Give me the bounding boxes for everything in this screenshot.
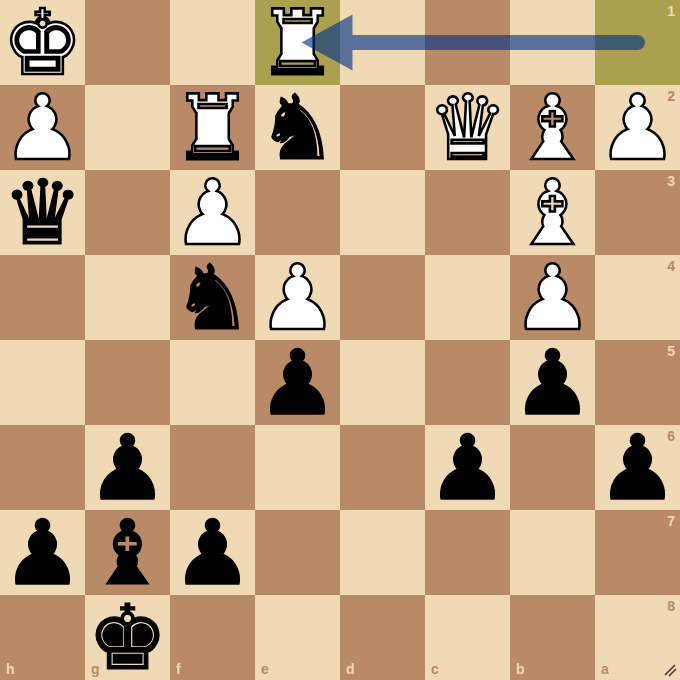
rank-label-7: 7 <box>667 513 675 529</box>
white-queen[interactable]: ♛ <box>427 85 508 170</box>
rank-label-1: 1 <box>667 3 675 19</box>
square-a3[interactable]: 3 <box>595 170 680 255</box>
square-e8[interactable]: e <box>255 595 340 680</box>
square-h5[interactable] <box>0 340 85 425</box>
square-h4[interactable] <box>0 255 85 340</box>
square-d8[interactable]: d <box>340 595 425 680</box>
square-b1[interactable] <box>510 0 595 85</box>
square-f6[interactable] <box>170 425 255 510</box>
white-bishop[interactable]: ♝ <box>512 85 593 170</box>
square-b2[interactable]: ♝ <box>510 85 595 170</box>
square-a2[interactable]: ♟2 <box>595 85 680 170</box>
square-d5[interactable] <box>340 340 425 425</box>
square-b4[interactable]: ♟ <box>510 255 595 340</box>
rank-label-3: 3 <box>667 173 675 189</box>
black-pawn[interactable]: ♟ <box>427 425 508 510</box>
square-d3[interactable] <box>340 170 425 255</box>
black-king[interactable]: ♚ <box>87 595 168 680</box>
square-h1[interactable]: ♚ <box>0 0 85 85</box>
square-g6[interactable]: ♟ <box>85 425 170 510</box>
square-b7[interactable] <box>510 510 595 595</box>
white-pawn[interactable]: ♟ <box>512 255 593 340</box>
file-label-e: e <box>261 661 269 677</box>
rank-label-4: 4 <box>667 258 675 274</box>
square-b8[interactable]: b <box>510 595 595 680</box>
file-label-d: d <box>346 661 355 677</box>
black-pawn[interactable]: ♟ <box>2 510 83 595</box>
square-c4[interactable] <box>425 255 510 340</box>
square-a6[interactable]: ♟6 <box>595 425 680 510</box>
square-e1[interactable]: ♜ <box>255 0 340 85</box>
square-f2[interactable]: ♜ <box>170 85 255 170</box>
chess-board: ♚♜1♟♜♞♛♝♟2♛♟♝3♞♟♟4♟♟5♟♟♟6♟♝♟7h♚gfedcb8a <box>0 0 680 680</box>
black-pawn[interactable]: ♟ <box>512 340 593 425</box>
black-pawn[interactable]: ♟ <box>172 510 253 595</box>
square-c3[interactable] <box>425 170 510 255</box>
file-label-b: b <box>516 661 525 677</box>
square-c7[interactable] <box>425 510 510 595</box>
square-g7[interactable]: ♝ <box>85 510 170 595</box>
square-f8[interactable]: f <box>170 595 255 680</box>
square-f1[interactable] <box>170 0 255 85</box>
rank-label-8: 8 <box>667 598 675 614</box>
square-h3[interactable]: ♛ <box>0 170 85 255</box>
square-f3[interactable]: ♟ <box>170 170 255 255</box>
square-a1[interactable]: 1 <box>595 0 680 85</box>
square-c5[interactable] <box>425 340 510 425</box>
black-pawn[interactable]: ♟ <box>257 340 338 425</box>
square-d6[interactable] <box>340 425 425 510</box>
square-h8[interactable]: h <box>0 595 85 680</box>
square-b5[interactable]: ♟ <box>510 340 595 425</box>
square-h7[interactable]: ♟ <box>0 510 85 595</box>
white-pawn[interactable]: ♟ <box>2 85 83 170</box>
rank-label-5: 5 <box>667 343 675 359</box>
white-bishop[interactable]: ♝ <box>512 170 593 255</box>
square-d7[interactable] <box>340 510 425 595</box>
square-g4[interactable] <box>85 255 170 340</box>
square-g3[interactable] <box>85 170 170 255</box>
square-a4[interactable]: 4 <box>595 255 680 340</box>
square-f7[interactable]: ♟ <box>170 510 255 595</box>
square-c6[interactable]: ♟ <box>425 425 510 510</box>
square-e5[interactable]: ♟ <box>255 340 340 425</box>
white-pawn[interactable]: ♟ <box>257 255 338 340</box>
square-g5[interactable] <box>85 340 170 425</box>
black-knight[interactable]: ♞ <box>257 85 338 170</box>
square-c2[interactable]: ♛ <box>425 85 510 170</box>
file-label-c: c <box>431 661 439 677</box>
square-e4[interactable]: ♟ <box>255 255 340 340</box>
square-c1[interactable] <box>425 0 510 85</box>
file-label-a: a <box>601 661 609 677</box>
white-rook[interactable]: ♜ <box>257 0 338 85</box>
black-knight[interactable]: ♞ <box>172 255 253 340</box>
square-g8[interactable]: ♚g <box>85 595 170 680</box>
resize-handle[interactable] <box>662 662 678 678</box>
square-e7[interactable] <box>255 510 340 595</box>
black-queen[interactable]: ♛ <box>2 170 83 255</box>
square-b3[interactable]: ♝ <box>510 170 595 255</box>
chess-board-wrap: ♚♜1♟♜♞♛♝♟2♛♟♝3♞♟♟4♟♟5♟♟♟6♟♝♟7h♚gfedcb8a <box>0 0 680 680</box>
square-e3[interactable] <box>255 170 340 255</box>
square-h6[interactable] <box>0 425 85 510</box>
white-pawn[interactable]: ♟ <box>597 85 678 170</box>
white-king[interactable]: ♚ <box>2 0 83 85</box>
square-e6[interactable] <box>255 425 340 510</box>
square-f4[interactable]: ♞ <box>170 255 255 340</box>
black-bishop[interactable]: ♝ <box>87 510 168 595</box>
square-h2[interactable]: ♟ <box>0 85 85 170</box>
black-pawn[interactable]: ♟ <box>87 425 168 510</box>
square-a5[interactable]: 5 <box>595 340 680 425</box>
white-pawn[interactable]: ♟ <box>172 170 253 255</box>
file-label-f: f <box>176 661 181 677</box>
white-rook[interactable]: ♜ <box>172 85 253 170</box>
square-d2[interactable] <box>340 85 425 170</box>
square-d4[interactable] <box>340 255 425 340</box>
black-pawn[interactable]: ♟ <box>597 425 678 510</box>
square-c8[interactable]: c <box>425 595 510 680</box>
square-f5[interactable] <box>170 340 255 425</box>
square-a7[interactable]: 7 <box>595 510 680 595</box>
square-e2[interactable]: ♞ <box>255 85 340 170</box>
square-g2[interactable] <box>85 85 170 170</box>
square-g1[interactable] <box>85 0 170 85</box>
square-d1[interactable] <box>340 0 425 85</box>
square-b6[interactable] <box>510 425 595 510</box>
file-label-h: h <box>6 661 15 677</box>
